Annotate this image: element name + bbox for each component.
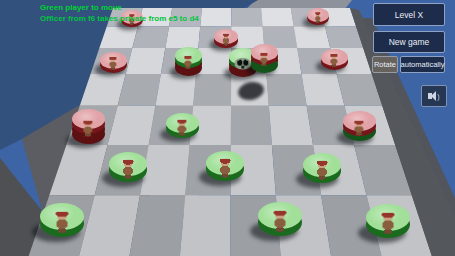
piece-green-f6[interactable] [303,153,341,189]
soldier-icon [222,34,230,46]
game-scene: Green player to move Officer from f6 tak… [0,0,455,256]
piece-green-b6[interactable] [109,152,147,188]
move-message: Officer from f6 takes private from e5 to… [40,13,199,24]
piece-red-a3[interactable] [100,52,127,77]
soldier-icon [353,120,364,136]
soldier-icon [183,56,192,69]
flying-piece-shadow [236,79,265,102]
level-button[interactable]: Level X [373,3,445,26]
piece-green-c3[interactable] [175,47,202,80]
piece-green-e7[interactable] [258,202,302,243]
piece-green-g7[interactable] [366,204,410,245]
turn-message: Green player to move [40,2,199,13]
status-text: Green player to move Officer from f6 tak… [40,2,199,24]
soldier-icon [259,53,268,66]
piece-red-g3[interactable] [321,49,348,74]
soldier-icon [273,211,288,232]
soldier-icon [82,121,93,137]
soldier-icon [122,160,135,179]
soldier-icon [314,12,321,23]
piece-green-a7[interactable] [40,203,84,244]
soldier-icon [381,213,396,234]
rotate-automatically-button[interactable]: automatically [400,56,445,73]
soldier-icon [55,212,70,233]
piece-red-a5[interactable] [72,109,105,149]
piece-green-c5[interactable] [166,113,199,143]
speaker-icon: ) [428,91,439,101]
sound-button[interactable]: ) [421,85,447,107]
piece-red-g5[interactable] [343,111,376,146]
soldier-icon [219,159,232,178]
piece-red-g1[interactable] [307,8,329,28]
rotate-button[interactable]: Rotate [372,56,398,73]
new-game-button[interactable]: New game [373,31,445,53]
piece-green-d6[interactable] [206,151,244,187]
piece-red-f3[interactable] [251,44,278,77]
soldier-icon [176,120,187,136]
soldier-icon [329,54,338,67]
soldier-icon [316,161,329,180]
soldier-icon [108,57,117,70]
